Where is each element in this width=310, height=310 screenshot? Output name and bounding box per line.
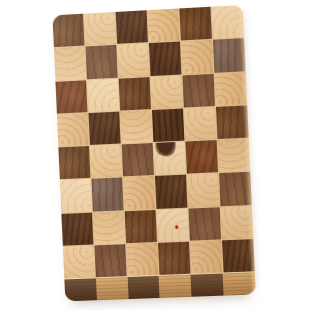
board-square-r7c4 [157,208,189,242]
board-square-r1c5 [179,7,212,41]
board-square-r5c2 [90,145,122,179]
board-square-r4c2 [88,111,120,145]
board-face [52,5,254,279]
board-square-r3c6 [215,72,248,106]
board-square-r4c3 [120,110,152,144]
board-square-r2c2 [86,45,118,79]
product-photo [0,0,310,310]
board-square-r5c5 [185,140,218,174]
edge-band-3 [127,276,160,299]
board-square-r3c5 [182,73,215,107]
board-square-r5c3 [122,143,154,177]
board-square-r6c4 [155,175,187,209]
board-square-r1c2 [84,12,116,46]
board-square-r5c6 [218,139,251,173]
board-square-r8c4 [158,241,190,274]
board-square-r7c3 [125,209,157,242]
board-square-r6c2 [91,178,123,211]
edge-band-6 [223,272,256,295]
cutting-board [52,5,255,301]
board-square-r6c3 [123,176,155,210]
board-square-r1c4 [147,8,179,42]
board-square-r6c6 [219,172,252,206]
board-square-r8c1 [63,245,95,278]
board-square-r8c6 [222,239,255,273]
board-square-r8c5 [190,240,223,274]
board-square-r2c3 [117,43,149,77]
board-square-r2c6 [213,38,246,72]
board-square-r1c6 [211,5,244,39]
board-square-r8c3 [126,243,158,276]
board-square-r3c2 [87,78,119,112]
board-square-r4c5 [184,107,217,141]
board-square-r2c5 [181,40,214,74]
edge-band-2 [96,277,129,300]
board-square-r7c2 [93,211,125,244]
board-square-r2c1 [54,47,86,81]
board-square-r6c1 [60,179,92,212]
board-square-r6c5 [187,173,220,207]
board-square-r3c1 [55,80,87,114]
edge-band-1 [64,278,96,301]
board-square-r2c4 [149,42,181,76]
grain-bleed-blob [156,142,176,157]
board-square-r7c1 [61,212,93,245]
board-square-r3c4 [150,75,182,109]
edge-band-4 [159,275,192,298]
board-square-r7c6 [221,205,254,239]
board-square-r4c1 [57,113,89,146]
board-square-r7c5 [188,207,221,241]
board-square-r8c2 [94,244,126,277]
red-dot [175,225,178,229]
board-square-r3c3 [119,77,151,111]
edge-band-5 [191,274,224,297]
board-square-r1c3 [116,10,148,44]
board-square-r4c4 [152,108,184,142]
board-square-r4c6 [216,105,249,139]
board-square-r5c4 [154,142,186,176]
board-square-r5c1 [58,146,90,179]
board-square-r1c1 [52,14,84,48]
